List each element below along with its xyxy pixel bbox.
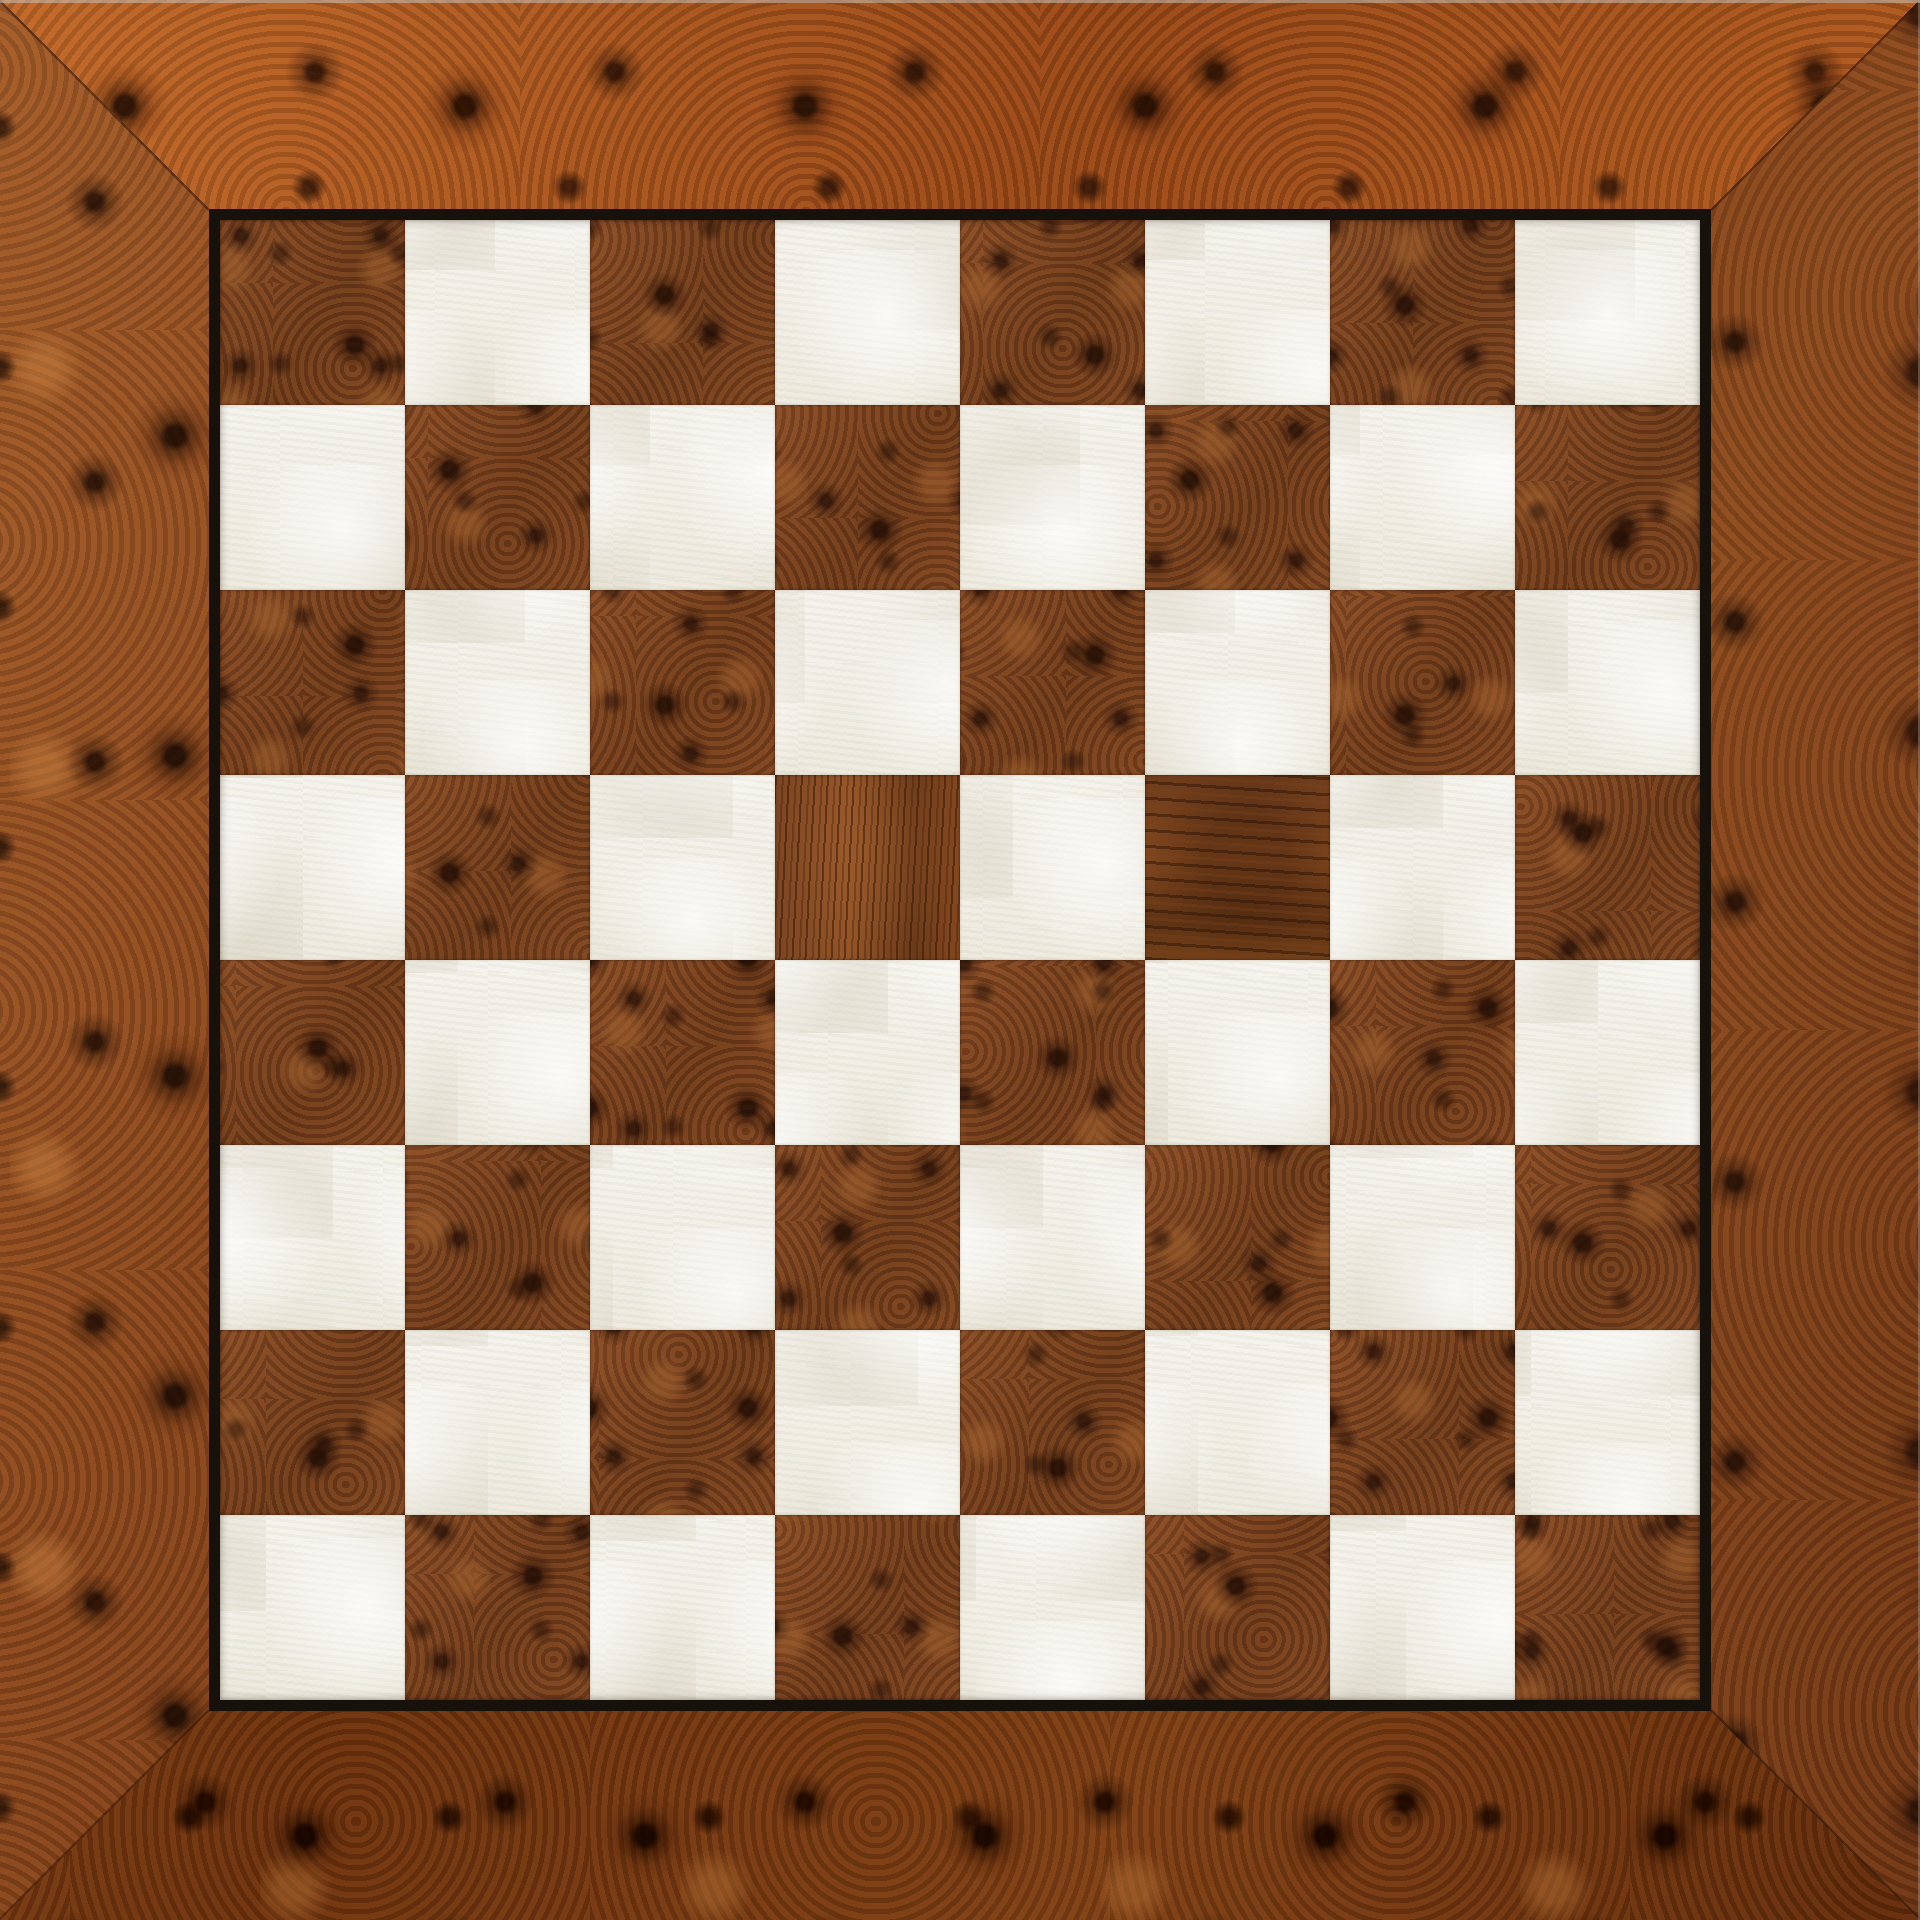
square-b1[interactable] xyxy=(405,1515,590,1700)
square-h5[interactable] xyxy=(1515,775,1700,960)
square-a8[interactable] xyxy=(220,220,405,405)
square-a7[interactable] xyxy=(220,405,405,590)
square-h2[interactable] xyxy=(1515,1330,1700,1515)
photo-edge-top xyxy=(0,0,1920,3)
board-grid xyxy=(220,220,1700,1700)
square-b4[interactable] xyxy=(405,960,590,1145)
square-d5[interactable] xyxy=(775,775,960,960)
square-d1[interactable] xyxy=(775,1515,960,1700)
square-g7[interactable] xyxy=(1330,405,1515,590)
square-g6[interactable] xyxy=(1330,590,1515,775)
square-f6[interactable] xyxy=(1145,590,1330,775)
square-h8[interactable] xyxy=(1515,220,1700,405)
square-f3[interactable] xyxy=(1145,1145,1330,1330)
square-c8[interactable] xyxy=(590,220,775,405)
square-g4[interactable] xyxy=(1330,960,1515,1145)
square-g8[interactable] xyxy=(1330,220,1515,405)
square-a5[interactable] xyxy=(220,775,405,960)
square-f2[interactable] xyxy=(1145,1330,1330,1515)
square-c4[interactable] xyxy=(590,960,775,1145)
square-a6[interactable] xyxy=(220,590,405,775)
square-b7[interactable] xyxy=(405,405,590,590)
square-f4[interactable] xyxy=(1145,960,1330,1145)
square-e1[interactable] xyxy=(960,1515,1145,1700)
square-c2[interactable] xyxy=(590,1330,775,1515)
square-e8[interactable] xyxy=(960,220,1145,405)
square-c1[interactable] xyxy=(590,1515,775,1700)
square-g5[interactable] xyxy=(1330,775,1515,960)
square-a1[interactable] xyxy=(220,1515,405,1700)
square-b3[interactable] xyxy=(405,1145,590,1330)
square-d7[interactable] xyxy=(775,405,960,590)
square-e4[interactable] xyxy=(960,960,1145,1145)
square-f8[interactable] xyxy=(1145,220,1330,405)
square-g3[interactable] xyxy=(1330,1145,1515,1330)
square-f7[interactable] xyxy=(1145,405,1330,590)
square-g1[interactable] xyxy=(1330,1515,1515,1700)
square-h6[interactable] xyxy=(1515,590,1700,775)
square-h7[interactable] xyxy=(1515,405,1700,590)
square-b8[interactable] xyxy=(405,220,590,405)
square-c5[interactable] xyxy=(590,775,775,960)
square-c6[interactable] xyxy=(590,590,775,775)
square-h4[interactable] xyxy=(1515,960,1700,1145)
square-d4[interactable] xyxy=(775,960,960,1145)
square-e6[interactable] xyxy=(960,590,1145,775)
square-b2[interactable] xyxy=(405,1330,590,1515)
square-b5[interactable] xyxy=(405,775,590,960)
square-e5[interactable] xyxy=(960,775,1145,960)
square-a2[interactable] xyxy=(220,1330,405,1515)
square-e2[interactable] xyxy=(960,1330,1145,1515)
square-d2[interactable] xyxy=(775,1330,960,1515)
square-a4[interactable] xyxy=(220,960,405,1145)
square-c7[interactable] xyxy=(590,405,775,590)
square-a3[interactable] xyxy=(220,1145,405,1330)
chessboard-photo xyxy=(0,0,1920,1920)
square-h1[interactable] xyxy=(1515,1515,1700,1700)
square-f5[interactable] xyxy=(1145,775,1330,960)
square-h3[interactable] xyxy=(1515,1145,1700,1330)
square-e7[interactable] xyxy=(960,405,1145,590)
square-e3[interactable] xyxy=(960,1145,1145,1330)
square-b6[interactable] xyxy=(405,590,590,775)
square-c3[interactable] xyxy=(590,1145,775,1330)
square-f1[interactable] xyxy=(1145,1515,1330,1700)
square-d8[interactable] xyxy=(775,220,960,405)
square-g2[interactable] xyxy=(1330,1330,1515,1515)
square-d3[interactable] xyxy=(775,1145,960,1330)
square-d6[interactable] xyxy=(775,590,960,775)
